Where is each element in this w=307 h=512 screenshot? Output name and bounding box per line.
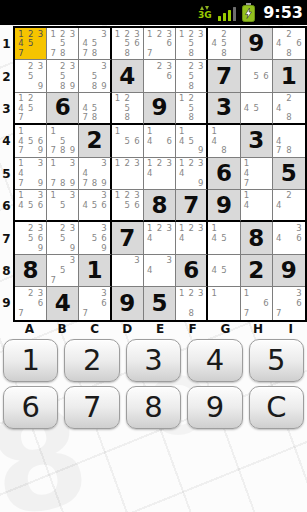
candidate-7: 7	[16, 178, 26, 188]
candidate-3	[229, 29, 239, 39]
candidate-6	[35, 168, 45, 178]
cell-F3[interactable]: 1258	[176, 93, 208, 125]
candidate-6	[196, 168, 205, 178]
cell-B7[interactable]: 2359	[47, 222, 79, 254]
digit-button-6[interactable]: 6	[3, 386, 58, 429]
cell-D2[interactable]: 4	[112, 60, 144, 92]
candidate-1	[80, 159, 89, 169]
cell-F8[interactable]: 6	[176, 255, 208, 287]
candidate-5	[90, 298, 99, 308]
app-content: 8 123456789 1234571235783457812356812367…	[0, 25, 307, 512]
candidate-7: 7	[145, 49, 155, 59]
candidate-3: 3	[164, 223, 174, 233]
candidate-2	[58, 256, 68, 266]
cell-D6[interactable]: 12356	[112, 190, 144, 222]
candidate-2: 2	[187, 94, 196, 103]
row-labels: 123456789	[0, 26, 13, 322]
cell-I2[interactable]: 1	[273, 60, 305, 92]
column-label-G: G	[209, 322, 242, 337]
candidate-1: 1	[242, 288, 252, 298]
cell-C4[interactable]: 2	[79, 125, 111, 157]
cell-D4[interactable]: 156	[112, 125, 144, 157]
candidate-7	[274, 113, 284, 122]
candidate-1	[80, 61, 89, 71]
cell-G5[interactable]: 6	[208, 158, 240, 190]
candidate-8	[58, 243, 68, 253]
candidate-2: 2	[26, 288, 36, 298]
candidate-2: 2	[187, 61, 196, 71]
candidates-grid: 123568	[112, 28, 143, 59]
network-3g-icon: 3G	[198, 6, 212, 20]
candidate-4	[113, 39, 123, 49]
cell-B5[interactable]: 13789	[47, 158, 79, 190]
candidate-4	[48, 200, 58, 209]
digit-button-4[interactable]: 4	[187, 339, 242, 382]
candidate-4	[80, 71, 89, 81]
candidate-5: 5	[58, 266, 68, 276]
row-label-1: 1	[0, 28, 13, 60]
candidate-6: 6	[35, 233, 45, 243]
cell-C3[interactable]: 4578	[79, 93, 111, 125]
candidate-5	[187, 233, 196, 243]
candidate-8	[284, 308, 294, 318]
cell-F5[interactable]: 12349	[176, 158, 208, 190]
candidate-8	[58, 275, 68, 285]
candidate-6	[68, 233, 78, 243]
candidate-1: 1	[113, 159, 123, 169]
candidate-3: 3	[196, 223, 205, 233]
cell-E9[interactable]: 5	[144, 287, 176, 319]
cell-B3[interactable]: 6	[47, 93, 79, 125]
cell-B2[interactable]: 23589	[47, 60, 79, 92]
candidate-4: 4	[274, 233, 284, 243]
candidate-3: 3	[99, 223, 108, 233]
candidate-1	[16, 223, 26, 233]
candidate-7	[177, 178, 186, 188]
cell-F9[interactable]: 1238	[176, 287, 208, 319]
cell-A2[interactable]: 2359	[15, 60, 47, 92]
candidate-4: 4	[209, 233, 219, 243]
cell-C5[interactable]: 34789	[79, 158, 111, 190]
digit-button-5[interactable]: 5	[249, 339, 304, 382]
candidate-6: 6	[35, 298, 45, 308]
candidate-9	[229, 275, 239, 285]
clock: 9:53	[263, 3, 303, 22]
candidate-1	[80, 191, 89, 200]
digit-button-9[interactable]: 9	[187, 386, 242, 429]
candidate-7	[209, 243, 219, 253]
candidates-grid: 167	[241, 287, 272, 319]
candidate-1	[274, 126, 284, 136]
candidate-8	[26, 210, 36, 219]
cell-E3[interactable]: 9	[144, 93, 176, 125]
battery-charging-icon	[242, 3, 255, 22]
candidate-1: 1	[48, 126, 58, 136]
candidate-9	[294, 49, 304, 59]
candidate-7	[113, 113, 123, 122]
candidate-1	[80, 29, 89, 39]
candidate-1: 1	[177, 288, 186, 298]
cell-C6[interactable]: 3456	[79, 190, 111, 222]
candidate-9	[196, 243, 205, 253]
candidate-9	[68, 210, 78, 219]
candidate-6	[99, 103, 108, 112]
cell-value: 6	[183, 259, 199, 282]
cell-D8[interactable]: 3	[112, 255, 144, 287]
candidate-2	[90, 61, 99, 71]
cell-I5[interactable]: 5	[273, 158, 305, 190]
cell-value: 8	[248, 227, 264, 250]
signal-bar	[218, 16, 222, 21]
candidate-8	[187, 146, 196, 156]
candidate-7: 7	[48, 178, 58, 188]
candidate-6	[229, 136, 239, 146]
candidate-4: 4	[80, 39, 89, 49]
cell-F1[interactable]: 12358	[176, 28, 208, 60]
candidates-grid: 2367	[15, 287, 46, 319]
cell-I1[interactable]: 2468	[273, 28, 305, 60]
cell-H5[interactable]: 147	[241, 158, 273, 190]
candidate-4	[177, 71, 186, 81]
candidate-9: 9	[99, 81, 108, 91]
cell-A8[interactable]: 8	[15, 255, 47, 287]
candidate-8: 8	[58, 178, 68, 188]
cell-B9[interactable]: 4	[47, 287, 79, 319]
cell-E1[interactable]: 12367	[144, 28, 176, 60]
candidate-6	[229, 266, 239, 276]
digit-button-8[interactable]: 8	[126, 386, 181, 429]
cell-F4[interactable]: 1459	[176, 125, 208, 157]
candidate-8	[219, 243, 229, 253]
candidate-6	[294, 136, 304, 146]
cell-C1[interactable]: 34578	[79, 28, 111, 60]
candidate-6	[35, 39, 45, 49]
candidate-7	[113, 178, 123, 188]
cell-F6[interactable]: 7	[176, 190, 208, 222]
candidates-grid: 3569	[79, 222, 109, 253]
cell-E8[interactable]: 34	[144, 255, 176, 287]
cell-A7[interactable]: 23569	[15, 222, 47, 254]
cell-H3[interactable]: 45	[241, 93, 273, 125]
candidate-6: 6	[164, 39, 174, 49]
cell-A5[interactable]: 13479	[15, 158, 47, 190]
candidate-5: 5	[58, 71, 68, 81]
candidate-8	[155, 146, 165, 156]
candidates-grid: 12367	[144, 28, 175, 59]
candidate-1	[274, 29, 284, 39]
candidate-6: 6	[132, 136, 142, 146]
candidate-8	[155, 178, 165, 188]
cell-A4[interactable]: 145679	[15, 125, 47, 157]
candidate-4: 4	[145, 136, 155, 146]
cell-F2[interactable]: 2358	[176, 60, 208, 92]
candidate-1: 1	[209, 288, 219, 298]
candidate-9	[99, 113, 108, 122]
candidate-3: 3	[164, 61, 174, 71]
candidate-2	[90, 223, 99, 233]
candidate-3	[132, 126, 142, 136]
candidate-8	[155, 81, 165, 91]
candidates-grid: 357	[47, 255, 78, 286]
candidate-1	[209, 29, 219, 39]
candidate-8	[58, 210, 68, 219]
candidate-1	[274, 288, 284, 298]
digit-button-2[interactable]: 2	[64, 339, 119, 382]
candidate-8	[251, 81, 261, 91]
cell-G3[interactable]: 3	[208, 93, 240, 125]
cell-D1[interactable]: 123568	[112, 28, 144, 60]
candidate-8: 8	[284, 113, 294, 122]
candidate-6	[294, 103, 304, 112]
candidates-grid: 2359	[15, 60, 46, 91]
candidate-4: 4	[16, 200, 26, 209]
digit-button-7[interactable]: 7	[64, 386, 119, 429]
cell-H2[interactable]: 56	[241, 60, 273, 92]
cell-C7[interactable]: 3569	[79, 222, 111, 254]
candidate-4: 4	[177, 168, 186, 178]
cell-C2[interactable]: 3589	[79, 60, 111, 92]
candidate-2: 2	[155, 29, 165, 39]
cell-value: 9	[119, 292, 135, 315]
candidate-3	[294, 126, 304, 136]
candidate-2: 2	[58, 29, 68, 39]
cell-A6[interactable]: 13456	[15, 190, 47, 222]
cell-H1[interactable]: 9	[241, 28, 273, 60]
cell-I8[interactable]: 9	[273, 255, 305, 287]
candidate-6	[35, 71, 45, 81]
cell-H9[interactable]: 167	[241, 287, 273, 319]
candidates-grid: 2358	[176, 60, 206, 91]
keypad-row: 12345	[3, 339, 304, 382]
candidate-1: 1	[145, 223, 155, 233]
candidate-5	[155, 71, 165, 81]
cell-D5[interactable]: 123	[112, 158, 144, 190]
candidate-9	[229, 243, 239, 253]
candidate-6	[229, 39, 239, 49]
candidate-3	[261, 94, 271, 103]
candidates-grid: 1238	[176, 287, 206, 319]
cell-value: 9	[281, 259, 297, 282]
candidate-2: 2	[58, 223, 68, 233]
candidate-1: 1	[48, 29, 58, 39]
row-label-4: 4	[0, 125, 13, 157]
candidate-6: 6	[294, 233, 304, 243]
candidate-1	[274, 94, 284, 103]
candidate-6	[196, 39, 205, 49]
candidate-4	[113, 266, 123, 276]
cell-I3[interactable]: 248	[273, 93, 305, 125]
candidate-5: 5	[26, 39, 36, 49]
candidate-4	[48, 71, 58, 81]
digit-button-3[interactable]: 3	[126, 339, 181, 382]
candidate-2: 2	[155, 61, 165, 71]
signal-bar	[228, 10, 232, 21]
candidate-6: 6	[164, 71, 174, 81]
cell-B1[interactable]: 123578	[47, 28, 79, 60]
candidate-1	[274, 191, 284, 200]
cell-G8[interactable]: 45	[208, 255, 240, 287]
cell-I7[interactable]: 346	[273, 222, 305, 254]
cell-D9[interactable]: 9	[112, 287, 144, 319]
candidate-5: 5	[122, 39, 132, 49]
cell-D7[interactable]: 7	[112, 222, 144, 254]
cell-I6[interactable]: 24	[273, 190, 305, 222]
cell-G7[interactable]: 145	[208, 222, 240, 254]
candidates-grid: 156	[112, 125, 143, 156]
candidates-grid: 34578	[79, 28, 109, 59]
candidate-3	[196, 94, 205, 103]
candidate-7: 7	[48, 49, 58, 59]
cell-value: 7	[216, 65, 232, 88]
candidate-8	[251, 308, 261, 318]
candidate-2	[90, 159, 99, 169]
column-label-I: I	[274, 322, 307, 337]
candidate-1: 1	[113, 126, 123, 136]
cell-G2[interactable]: 7	[208, 60, 240, 92]
candidate-4	[209, 298, 219, 308]
candidates-grid: 12358	[176, 28, 206, 59]
candidate-5: 5	[58, 136, 68, 146]
cell-value: 6	[55, 96, 71, 119]
candidate-3: 3	[99, 29, 108, 39]
candidate-6: 6	[132, 39, 142, 49]
candidate-3: 3	[35, 29, 45, 39]
candidate-7: 7	[242, 178, 252, 188]
candidate-4	[177, 39, 186, 49]
cell-H7[interactable]: 8	[241, 222, 273, 254]
candidate-6: 6	[99, 200, 108, 209]
candidate-4	[177, 298, 186, 308]
candidate-4	[48, 266, 58, 276]
cell-E6[interactable]: 8	[144, 190, 176, 222]
candidate-3: 3	[164, 256, 174, 266]
candidate-8	[90, 308, 99, 318]
candidate-1	[48, 256, 58, 266]
cell-I4[interactable]: 478	[273, 125, 305, 157]
cell-G6[interactable]: 9	[208, 190, 240, 222]
candidate-6	[132, 168, 142, 178]
candidate-2: 2	[26, 61, 36, 71]
candidate-9: 9	[99, 243, 108, 253]
candidate-3: 3	[35, 159, 45, 169]
cell-B6[interactable]: 135	[47, 190, 79, 222]
cell-A1[interactable]: 123457	[15, 28, 47, 60]
candidate-1: 1	[177, 223, 186, 233]
candidate-6: 6	[99, 233, 108, 243]
cell-A3[interactable]: 12457	[15, 93, 47, 125]
candidate-3: 3	[99, 61, 108, 71]
candidates-grid: 24	[273, 190, 305, 220]
clear-button[interactable]: C	[249, 386, 304, 429]
candidates-grid: 148	[208, 125, 239, 156]
candidates-grid: 1	[208, 287, 239, 319]
cell-B8[interactable]: 357	[47, 255, 79, 287]
candidate-7	[80, 81, 89, 91]
candidate-2	[155, 256, 165, 266]
candidate-1: 1	[177, 159, 186, 169]
candidate-2	[26, 191, 36, 200]
candidate-3	[132, 94, 142, 103]
candidate-1: 1	[209, 126, 219, 136]
candidate-9: 9	[99, 178, 108, 188]
candidate-3	[261, 191, 271, 200]
candidate-2	[284, 288, 294, 298]
cell-G4[interactable]: 148	[208, 125, 240, 157]
cell-G1[interactable]: 2458	[208, 28, 240, 60]
candidate-1	[209, 256, 219, 266]
candidates-grid: 12356	[112, 190, 143, 220]
candidate-1	[274, 223, 284, 233]
candidate-1	[242, 94, 252, 103]
candidate-9: 9	[35, 243, 45, 253]
candidate-5	[122, 168, 132, 178]
candidate-9: 9	[68, 243, 78, 253]
cell-D3[interactable]: 1258	[112, 93, 144, 125]
candidate-2: 2	[122, 94, 132, 103]
cell-E2[interactable]: 236	[144, 60, 176, 92]
keypad-row: 6789C	[3, 386, 304, 429]
cell-E4[interactable]: 146	[144, 125, 176, 157]
cell-E7[interactable]: 1234	[144, 222, 176, 254]
cell-H6[interactable]: 14	[241, 190, 273, 222]
cell-C8[interactable]: 1	[79, 255, 111, 287]
digit-button-1[interactable]: 1	[3, 339, 58, 382]
candidate-7: 7	[16, 308, 26, 318]
cell-F7[interactable]: 1234	[176, 222, 208, 254]
candidate-1: 1	[145, 29, 155, 39]
candidate-8: 8	[284, 146, 294, 156]
candidate-7	[113, 146, 123, 156]
candidate-2	[251, 191, 261, 200]
candidate-4: 4	[274, 103, 284, 112]
candidate-9	[132, 210, 142, 219]
cell-I9[interactable]: 367	[273, 287, 305, 319]
candidate-7	[113, 49, 123, 59]
cell-C9[interactable]: 367	[79, 287, 111, 319]
cell-A9[interactable]: 2367	[15, 287, 47, 319]
candidate-5	[187, 298, 196, 308]
candidate-5	[26, 298, 36, 308]
signal-bar	[233, 7, 237, 21]
candidate-9	[229, 308, 239, 318]
cell-E5[interactable]: 1234	[144, 158, 176, 190]
candidate-7	[16, 210, 26, 219]
candidate-3: 3	[196, 288, 205, 298]
candidate-2	[26, 159, 36, 169]
candidate-7	[48, 81, 58, 91]
candidate-2	[187, 126, 196, 136]
candidate-1	[80, 288, 89, 298]
candidate-5	[219, 298, 229, 308]
candidate-2	[219, 288, 229, 298]
cell-G9[interactable]: 1	[208, 287, 240, 319]
cell-H8[interactable]: 2	[241, 255, 273, 287]
candidate-3: 3	[99, 159, 108, 169]
cell-B4[interactable]: 15789	[47, 125, 79, 157]
cell-value: 9	[151, 96, 167, 119]
candidate-1: 1	[209, 223, 219, 233]
candidates-grid: 2458	[208, 28, 239, 59]
candidate-9	[261, 210, 271, 219]
candidate-8	[90, 243, 99, 253]
candidate-4	[274, 298, 284, 308]
cell-H4[interactable]: 3	[241, 125, 273, 157]
candidate-9	[132, 113, 142, 122]
candidate-6	[229, 298, 239, 308]
candidate-3	[164, 126, 174, 136]
candidate-8: 8	[187, 81, 196, 91]
candidate-9	[294, 243, 304, 253]
